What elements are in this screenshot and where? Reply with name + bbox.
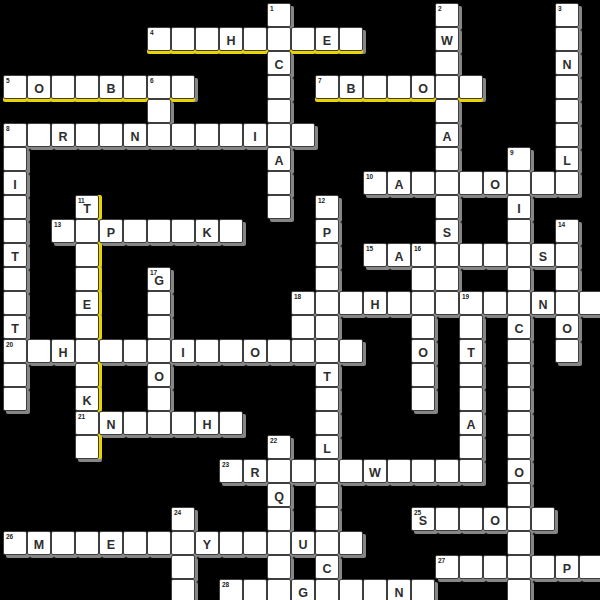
cell-r7-c18[interactable] [435,171,459,195]
cell-r14-c5[interactable] [123,339,147,363]
cell-letter: C [268,58,290,72]
cell-letter: K [196,226,218,240]
cell-r23-c21[interactable] [507,555,531,579]
cell-r14-c3[interactable] [75,339,99,363]
cell-r3-c7[interactable] [171,75,195,99]
cell-r18-c19[interactable] [459,435,483,459]
clue-number: 14 [558,221,565,229]
cell-r5-c1[interactable] [27,123,51,147]
cell-r13-c12[interactable] [291,315,315,339]
cell-r13-c23[interactable]: O [555,315,579,339]
cell-r17-c3[interactable]: 21 [75,411,99,435]
cell-r23-c18[interactable]: 27 [435,555,459,579]
cell-r1-c12[interactable] [291,27,315,51]
cell-r7-c21[interactable] [507,171,531,195]
cell-r22-c3[interactable] [75,531,99,555]
cell-r14-c19[interactable]: T [459,339,483,363]
cell-r23-c7[interactable] [171,555,195,579]
cell-r5-c6[interactable] [147,123,171,147]
cell-r12-c19[interactable]: 19 [459,291,483,315]
cell-r12-c0[interactable] [3,291,27,315]
cell-r24-c15[interactable] [363,579,387,600]
cell-r7-c23[interactable] [555,171,579,195]
cell-r5-c3[interactable] [75,123,99,147]
clue-number: 21 [78,413,85,421]
cell-r1-c14[interactable] [339,27,363,51]
cell-r7-c0[interactable]: I [3,171,27,195]
cell-r22-c21[interactable] [507,531,531,555]
cell-letter: A [268,154,290,168]
cell-r0-c23[interactable]: 3 [555,3,579,27]
cell-r3-c5[interactable] [123,75,147,99]
cell-r3-c16[interactable] [387,75,411,99]
cell-r22-c12[interactable]: U [291,531,315,555]
cell-r5-c2[interactable]: R [51,123,75,147]
cell-letter: G [148,274,170,288]
cell-r14-c21[interactable] [507,339,531,363]
cell-r13-c19[interactable] [459,315,483,339]
cell-r15-c21[interactable] [507,363,531,387]
cell-r11-c23[interactable] [555,267,579,291]
cell-r12-c6[interactable] [147,291,171,315]
cell-r21-c11[interactable] [267,507,291,531]
cell-r17-c5[interactable] [123,411,147,435]
cell-r5-c5[interactable]: N [123,123,147,147]
cell-letter: E [100,538,122,552]
cell-r9-c5[interactable] [123,219,147,243]
cell-r3-c17[interactable]: O [411,75,435,99]
clue-number: 28 [222,581,229,589]
cell-r4-c11[interactable] [267,99,291,123]
cell-r17-c19[interactable]: A [459,411,483,435]
cell-r19-c18[interactable] [435,459,459,483]
cell-letter: P [100,226,122,240]
cell-r9-c3[interactable] [75,219,99,243]
cell-r17-c13[interactable] [315,411,339,435]
cell-letter: E [316,34,338,48]
cell-r13-c17[interactable] [411,315,435,339]
cell-r11-c13[interactable] [315,267,339,291]
cell-r15-c6[interactable]: O [147,363,171,387]
cell-r19-c11[interactable] [267,459,291,483]
cell-r5-c18[interactable]: A [435,123,459,147]
cell-letter: T [4,322,26,336]
cell-r2-c18[interactable] [435,51,459,75]
cell-letter: I [4,178,26,192]
cell-r5-c4[interactable] [99,123,123,147]
cell-r9-c7[interactable] [171,219,195,243]
cell-letter: T [460,346,482,360]
cell-r24-c16[interactable]: N [387,579,411,600]
cell-r3-c11[interactable] [267,75,291,99]
cell-r5-c11[interactable] [267,123,291,147]
cell-r14-c11[interactable] [267,339,291,363]
cell-r12-c3[interactable]: E [75,291,99,315]
cell-r20-c11[interactable]: Q [267,483,291,507]
cell-r23-c22[interactable] [531,555,555,579]
cell-r6-c0[interactable] [3,147,27,171]
cell-r22-c13[interactable] [315,531,339,555]
cell-r15-c13[interactable]: T [315,363,339,387]
cell-r14-c10[interactable]: O [243,339,267,363]
cell-letter: A [388,250,410,264]
cell-r21-c7[interactable]: 24 [171,507,195,531]
clue-number: 7 [318,77,321,85]
cell-letter: S [412,514,434,528]
clue-number: 1 [270,5,273,13]
cell-r17-c21[interactable] [507,411,531,435]
cell-r22-c10[interactable] [243,531,267,555]
cell-r16-c3[interactable]: K [75,387,99,411]
clue-number: 16 [414,245,421,253]
cell-r14-c9[interactable] [219,339,243,363]
cell-r23-c11[interactable] [267,555,291,579]
cell-r10-c0[interactable]: T [3,243,27,267]
cell-r10-c13[interactable] [315,243,339,267]
crossword-screen: 1234HEWCN5OB67BO8RNIAA9LI10AO11T12I13PKP… [0,0,600,600]
cell-r14-c1[interactable] [27,339,51,363]
cell-r1-c13[interactable]: E [315,27,339,51]
cell-r24-c9[interactable]: 28 [219,579,243,600]
cell-r3-c14[interactable]: B [339,75,363,99]
cell-r5-c7[interactable] [171,123,195,147]
cell-letter: P [316,226,338,240]
cell-r22-c4[interactable]: E [99,531,123,555]
cell-r12-c21[interactable] [507,291,531,315]
cell-r14-c13[interactable] [315,339,339,363]
cell-r14-c23[interactable] [555,339,579,363]
cell-r14-c2[interactable]: H [51,339,75,363]
cell-r14-c14[interactable] [339,339,363,363]
clue-number: 20 [6,341,13,349]
cell-r18-c13[interactable]: L [315,435,339,459]
cell-r21-c19[interactable] [459,507,483,531]
cell-r23-c13[interactable]: C [315,555,339,579]
cell-r3-c18[interactable] [435,75,459,99]
cell-r24-c11[interactable] [267,579,291,600]
cell-r16-c13[interactable] [315,387,339,411]
cell-letter: T [316,370,338,384]
cell-r17-c4[interactable]: N [99,411,123,435]
cell-r17-c8[interactable]: H [195,411,219,435]
clue-number: 6 [150,77,153,85]
cell-letter: I [508,202,530,216]
cell-r5-c9[interactable] [219,123,243,147]
cell-r16-c0[interactable] [3,387,27,411]
clue-number: 4 [150,29,153,37]
cell-r12-c24[interactable] [579,291,600,315]
cell-r24-c13[interactable] [315,579,339,600]
cell-r22-c9[interactable] [219,531,243,555]
cell-r18-c11[interactable]: 22 [267,435,291,459]
cell-r10-c22[interactable]: S [531,243,555,267]
cell-r16-c17[interactable] [411,387,435,411]
cell-letter: N [388,586,410,600]
cell-r13-c6[interactable] [147,315,171,339]
clue-number: 27 [438,557,445,565]
cell-r1-c7[interactable] [171,27,195,51]
cell-r21-c21[interactable] [507,507,531,531]
cell-r13-c0[interactable]: T [3,315,27,339]
clue-number: 3 [558,5,561,13]
cell-r11-c18[interactable] [435,267,459,291]
cell-r10-c23[interactable] [555,243,579,267]
cell-r24-c7[interactable] [171,579,195,600]
cell-r9-c2[interactable]: 13 [51,219,75,243]
cell-r8-c11[interactable] [267,195,291,219]
cell-r19-c10[interactable]: R [243,459,267,483]
cell-r3-c2[interactable] [51,75,75,99]
cell-r4-c6[interactable] [147,99,171,123]
cell-r8-c18[interactable] [435,195,459,219]
cell-r20-c21[interactable] [507,483,531,507]
cell-r19-c21[interactable]: O [507,459,531,483]
cell-r3-c13[interactable]: 7 [315,75,339,99]
cell-r3-c0[interactable]: 5 [3,75,27,99]
cell-r19-c17[interactable] [411,459,435,483]
cell-r19-c14[interactable] [339,459,363,483]
cell-r2-c23[interactable]: N [555,51,579,75]
cell-r9-c23[interactable]: 14 [555,219,579,243]
cell-r7-c16[interactable]: A [387,171,411,195]
cell-r22-c0[interactable]: 26 [3,531,27,555]
cell-letter: O [244,346,266,360]
cell-r12-c16[interactable] [387,291,411,315]
cell-letter: N [124,130,146,144]
cell-r12-c14[interactable] [339,291,363,315]
cell-r7-c15[interactable]: 10 [363,171,387,195]
cell-r10-c20[interactable] [483,243,507,267]
cell-r19-c19[interactable] [459,459,483,483]
cell-r6-c23[interactable]: L [555,147,579,171]
cell-r5-c8[interactable] [195,123,219,147]
cell-letter: B [340,82,362,96]
cell-r12-c13[interactable] [315,291,339,315]
cell-r19-c16[interactable] [387,459,411,483]
cell-r15-c3[interactable] [75,363,99,387]
cell-r19-c13[interactable] [315,459,339,483]
cell-letter: C [316,562,338,576]
cell-r3-c15[interactable] [363,75,387,99]
cell-r15-c0[interactable] [3,363,27,387]
cell-r7-c20[interactable]: O [483,171,507,195]
cell-r1-c11[interactable] [267,27,291,51]
cell-r13-c3[interactable] [75,315,99,339]
cell-r19-c15[interactable]: W [363,459,387,483]
cell-r11-c6[interactable]: 17G [147,267,171,291]
cell-r22-c2[interactable] [51,531,75,555]
cell-r14-c17[interactable]: O [411,339,435,363]
cell-r6-c11[interactable]: A [267,147,291,171]
cell-r9-c4[interactable]: P [99,219,123,243]
cell-r22-c8[interactable]: Y [195,531,219,555]
cell-r10-c17[interactable]: 16 [411,243,435,267]
cell-r19-c9[interactable]: 23 [219,459,243,483]
cell-r7-c17[interactable] [411,171,435,195]
cell-r9-c18[interactable]: S [435,219,459,243]
cell-r17-c9[interactable] [219,411,243,435]
cell-r4-c23[interactable] [555,99,579,123]
cell-r10-c21[interactable] [507,243,531,267]
cell-r9-c13[interactable]: P [315,219,339,243]
cell-r1-c6[interactable]: 4 [147,27,171,51]
cell-letter: O [412,346,434,360]
cell-r14-c0[interactable]: 20 [3,339,27,363]
cell-r13-c21[interactable]: C [507,315,531,339]
cell-letter: O [148,370,170,384]
cell-r24-c14[interactable] [339,579,363,600]
cell-r12-c23[interactable] [555,291,579,315]
cell-letter: N [100,418,122,432]
cell-r23-c20[interactable] [483,555,507,579]
cell-r10-c15[interactable]: 15 [363,243,387,267]
cell-r11-c21[interactable] [507,267,531,291]
cell-letter: S [532,250,554,264]
clue-number: 23 [222,461,229,469]
cell-r1-c23[interactable] [555,27,579,51]
cell-letter: I [172,346,194,360]
cell-r10-c16[interactable]: A [387,243,411,267]
cell-r12-c22[interactable]: N [531,291,555,315]
cell-r24-c10[interactable] [243,579,267,600]
cell-r10-c3[interactable] [75,243,99,267]
cell-r16-c21[interactable] [507,387,531,411]
cell-r5-c0[interactable]: 8 [3,123,27,147]
cell-r3-c23[interactable] [555,75,579,99]
cell-r22-c1[interactable]: M [27,531,51,555]
cell-r3-c3[interactable] [75,75,99,99]
cell-r0-c11[interactable]: 1 [267,3,291,27]
cell-r13-c13[interactable] [315,315,339,339]
cell-r21-c22[interactable] [531,507,555,531]
cell-r1-c18[interactable]: W [435,27,459,51]
cell-letter: R [244,466,266,480]
cell-r8-c13[interactable]: 12 [315,195,339,219]
cell-r12-c15[interactable]: H [363,291,387,315]
cell-letter: S [436,226,458,240]
cell-r19-c12[interactable] [291,459,315,483]
cell-r10-c19[interactable] [459,243,483,267]
cell-r9-c8[interactable]: K [195,219,219,243]
cell-letter: T [4,250,26,264]
cell-letter: A [460,418,482,432]
cell-letter: I [244,130,266,144]
cell-r15-c19[interactable] [459,363,483,387]
cell-r24-c12[interactable]: G [291,579,315,600]
cell-r24-c21[interactable] [507,579,531,600]
cell-r4-c18[interactable] [435,99,459,123]
cell-r21-c20[interactable]: O [483,507,507,531]
cell-r17-c7[interactable] [171,411,195,435]
cell-r3-c6[interactable]: 6 [147,75,171,99]
cell-r5-c10[interactable]: I [243,123,267,147]
cell-r17-c6[interactable] [147,411,171,435]
cell-r15-c17[interactable] [411,363,435,387]
clue-number: 9 [510,149,513,157]
clue-number: 22 [270,437,277,445]
cell-letter: O [556,322,578,336]
cell-r3-c1[interactable]: O [27,75,51,99]
cell-r22-c11[interactable] [267,531,291,555]
cell-r14-c7[interactable]: I [171,339,195,363]
clue-number: 2 [438,5,441,13]
cell-letter: K [76,394,98,408]
cell-r8-c21[interactable]: I [507,195,531,219]
cell-r20-c13[interactable] [315,483,339,507]
cell-r0-c18[interactable]: 2 [435,3,459,27]
clue-number: 18 [294,293,301,301]
cell-r8-c3[interactable]: 11T [75,195,99,219]
cell-r9-c9[interactable] [219,219,243,243]
cell-letter: P [556,562,578,576]
cell-r9-c0[interactable] [3,219,27,243]
cell-r22-c5[interactable] [123,531,147,555]
cell-letter: H [52,346,74,360]
cell-r12-c20[interactable] [483,291,507,315]
cell-r22-c6[interactable] [147,531,171,555]
cell-r23-c19[interactable] [459,555,483,579]
cell-r14-c6[interactable] [147,339,171,363]
cell-r23-c24[interactable] [579,555,600,579]
cell-letter: O [28,82,50,96]
cell-r23-c23[interactable]: P [555,555,579,579]
cell-r1-c10[interactable] [243,27,267,51]
cell-letter: L [316,442,338,456]
cell-r7-c22[interactable] [531,171,555,195]
cell-r22-c7[interactable] [171,531,195,555]
cell-r16-c6[interactable] [147,387,171,411]
cell-r2-c11[interactable]: C [267,51,291,75]
cell-r9-c21[interactable] [507,219,531,243]
cell-letter: C [508,322,530,336]
cell-r7-c19[interactable] [459,171,483,195]
cell-r7-c11[interactable] [267,171,291,195]
cell-r21-c18[interactable] [435,507,459,531]
cell-r12-c18[interactable] [435,291,459,315]
cell-r10-c18[interactable] [435,243,459,267]
cell-r11-c3[interactable] [75,267,99,291]
cell-r5-c23[interactable] [555,123,579,147]
cell-r1-c8[interactable] [195,27,219,51]
cell-r8-c0[interactable] [3,195,27,219]
cell-r24-c17[interactable] [411,579,435,600]
cell-r11-c0[interactable] [3,267,27,291]
cell-r12-c17[interactable] [411,291,435,315]
cell-letter: R [52,130,74,144]
cell-r22-c14[interactable] [339,531,363,555]
cell-r11-c17[interactable] [411,267,435,291]
cell-r3-c4[interactable]: B [99,75,123,99]
cell-r14-c12[interactable] [291,339,315,363]
cell-r14-c8[interactable] [195,339,219,363]
cell-r6-c18[interactable] [435,147,459,171]
cell-r18-c21[interactable] [507,435,531,459]
cell-letter: E [76,298,98,312]
cell-r21-c17[interactable]: 25S [411,507,435,531]
cell-r12-c12[interactable]: 18 [291,291,315,315]
cell-letter: O [508,466,530,480]
cell-r9-c6[interactable] [147,219,171,243]
cell-r14-c4[interactable] [99,339,123,363]
cell-r1-c9[interactable]: H [219,27,243,51]
cell-r5-c12[interactable] [291,123,315,147]
cell-r3-c19[interactable] [459,75,483,99]
clue-number: 13 [54,221,61,229]
cell-r6-c21[interactable]: 9 [507,147,531,171]
cell-r18-c3[interactable] [75,435,99,459]
cell-r21-c13[interactable] [315,507,339,531]
cell-r16-c19[interactable] [459,387,483,411]
